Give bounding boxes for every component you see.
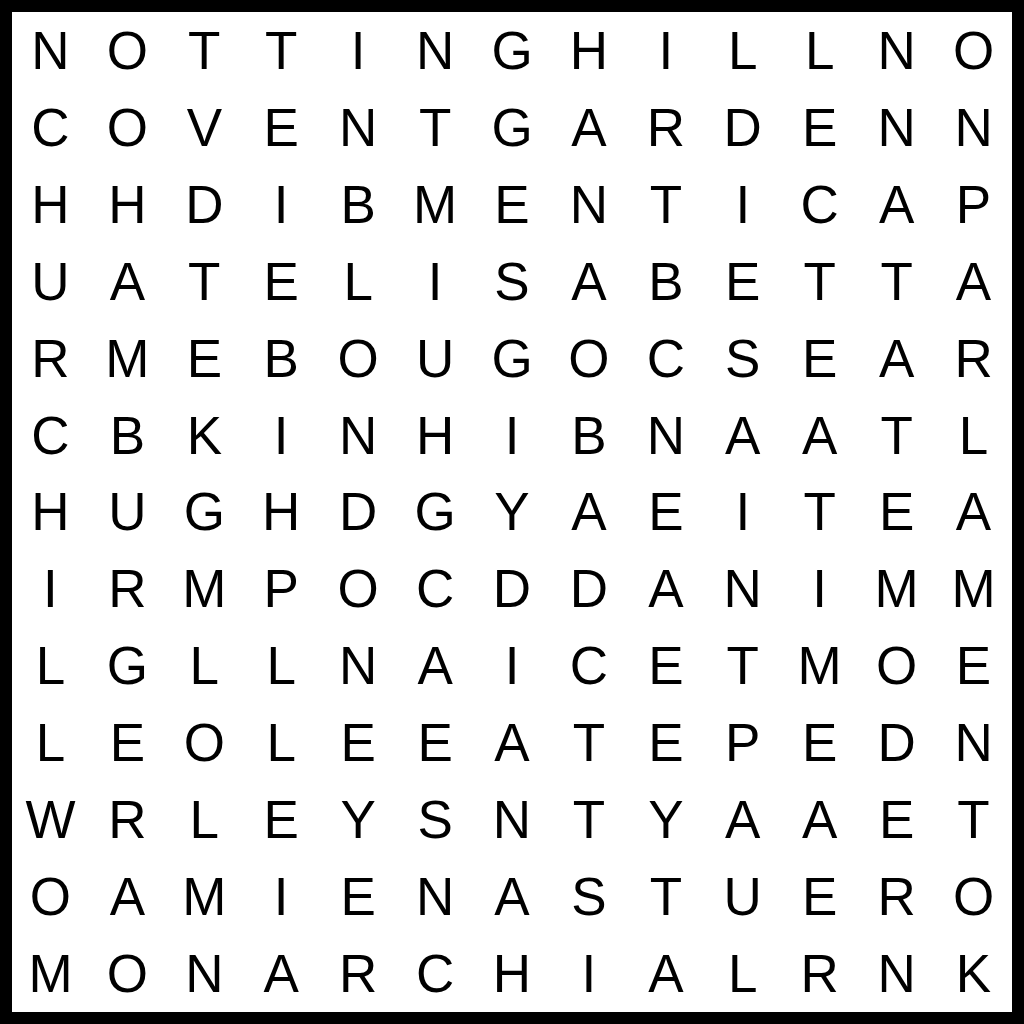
grid-cell[interactable]: E (320, 704, 397, 781)
grid-cell[interactable]: E (704, 243, 781, 320)
grid-cell[interactable]: B (89, 397, 166, 474)
grid-cell[interactable]: E (627, 704, 704, 781)
grid-cell[interactable]: N (935, 89, 1012, 166)
grid-cell[interactable]: M (858, 550, 935, 627)
grid-cell[interactable]: I (320, 12, 397, 89)
grid-cell[interactable]: R (627, 89, 704, 166)
grid-cell[interactable]: H (12, 166, 89, 243)
grid-cell[interactable]: N (320, 627, 397, 704)
grid-cell[interactable]: O (550, 320, 627, 397)
grid-cell[interactable]: N (474, 781, 551, 858)
grid-cell[interactable]: T (858, 243, 935, 320)
grid-cell[interactable]: E (858, 474, 935, 551)
grid-cell[interactable]: O (89, 935, 166, 1012)
grid-cell[interactable]: T (935, 781, 1012, 858)
grid-cell[interactable]: N (397, 12, 474, 89)
word-search-grid: NOTTINGHILLNOCOVENTGARDENNHHDIBMENTICAPU… (12, 12, 1012, 1012)
grid-cell[interactable]: P (704, 704, 781, 781)
grid-cell[interactable]: A (627, 935, 704, 1012)
grid-cell[interactable]: R (781, 935, 858, 1012)
grid-cell[interactable]: D (704, 89, 781, 166)
grid-cell[interactable]: N (166, 935, 243, 1012)
grid-cell[interactable]: T (550, 704, 627, 781)
grid-cell[interactable]: R (89, 550, 166, 627)
grid-cell[interactable]: R (320, 935, 397, 1012)
grid-cell[interactable]: T (858, 397, 935, 474)
grid-cell[interactable]: A (550, 474, 627, 551)
grid-cell[interactable]: P (243, 550, 320, 627)
grid-cell[interactable]: A (243, 935, 320, 1012)
grid-cell[interactable]: R (858, 858, 935, 935)
puzzle-frame: NOTTINGHILLNOCOVENTGARDENNHHDIBMENTICAPU… (0, 0, 1024, 1024)
grid-cell[interactable]: T (243, 12, 320, 89)
grid-cell[interactable]: D (166, 166, 243, 243)
grid-cell[interactable]: L (935, 397, 1012, 474)
grid-cell[interactable]: E (781, 89, 858, 166)
grid-cell[interactable]: A (550, 89, 627, 166)
grid-cell[interactable]: E (397, 704, 474, 781)
grid-cell[interactable]: O (166, 704, 243, 781)
grid-cell[interactable]: N (12, 12, 89, 89)
grid-cell[interactable]: I (704, 166, 781, 243)
grid-cell[interactable]: E (243, 243, 320, 320)
grid-cell[interactable]: R (935, 320, 1012, 397)
grid-cell[interactable]: C (781, 166, 858, 243)
grid-cell[interactable]: O (12, 858, 89, 935)
grid-cell[interactable]: L (704, 12, 781, 89)
grid-cell[interactable]: A (89, 243, 166, 320)
grid-cell[interactable]: A (89, 858, 166, 935)
grid-cell[interactable]: D (858, 704, 935, 781)
grid-cell[interactable]: D (550, 550, 627, 627)
grid-cell[interactable]: A (781, 397, 858, 474)
grid-cell[interactable]: T (627, 858, 704, 935)
grid-cell[interactable]: C (397, 935, 474, 1012)
grid-cell[interactable]: N (935, 704, 1012, 781)
grid-cell[interactable]: U (397, 320, 474, 397)
grid-cell[interactable]: T (627, 166, 704, 243)
grid-cell[interactable]: T (166, 243, 243, 320)
grid-cell[interactable]: Y (474, 474, 551, 551)
grid-cell[interactable]: I (12, 550, 89, 627)
grid-cell[interactable]: E (781, 704, 858, 781)
grid-cell[interactable]: N (320, 89, 397, 166)
grid-cell[interactable]: G (397, 474, 474, 551)
grid-cell[interactable]: O (320, 550, 397, 627)
grid-cell[interactable]: C (627, 320, 704, 397)
grid-cell[interactable]: O (935, 858, 1012, 935)
grid-cell[interactable]: A (935, 243, 1012, 320)
grid-cell[interactable]: A (858, 320, 935, 397)
grid-cell[interactable]: C (12, 397, 89, 474)
grid-cell[interactable]: C (12, 89, 89, 166)
grid-cell[interactable]: A (704, 397, 781, 474)
grid-cell[interactable]: B (550, 397, 627, 474)
grid-cell[interactable]: I (243, 166, 320, 243)
grid-cell[interactable]: C (397, 550, 474, 627)
grid-cell[interactable]: B (320, 166, 397, 243)
grid-cell[interactable]: N (704, 550, 781, 627)
grid-cell[interactable]: M (166, 858, 243, 935)
grid-cell[interactable]: G (89, 627, 166, 704)
grid-cell[interactable]: I (397, 243, 474, 320)
grid-cell[interactable]: L (166, 781, 243, 858)
grid-cell[interactable]: M (781, 627, 858, 704)
grid-cell[interactable]: G (166, 474, 243, 551)
grid-cell[interactable]: M (935, 550, 1012, 627)
grid-cell[interactable]: I (781, 550, 858, 627)
grid-cell[interactable]: I (474, 397, 551, 474)
grid-cell[interactable]: N (858, 12, 935, 89)
grid-cell[interactable]: O (89, 89, 166, 166)
grid-cell[interactable]: E (627, 627, 704, 704)
grid-cell[interactable]: W (12, 781, 89, 858)
grid-cell[interactable]: L (12, 704, 89, 781)
grid-cell[interactable]: N (858, 89, 935, 166)
grid-cell[interactable]: E (858, 781, 935, 858)
grid-cell[interactable]: I (550, 935, 627, 1012)
grid-cell[interactable]: O (89, 12, 166, 89)
grid-cell[interactable]: S (397, 781, 474, 858)
grid-cell[interactable]: E (935, 627, 1012, 704)
grid-cell[interactable]: H (397, 397, 474, 474)
grid-cell[interactable]: S (550, 858, 627, 935)
grid-cell[interactable]: A (858, 166, 935, 243)
grid-cell[interactable]: U (89, 474, 166, 551)
grid-cell[interactable]: U (704, 858, 781, 935)
grid-cell[interactable]: E (781, 858, 858, 935)
grid-cell[interactable]: I (474, 627, 551, 704)
grid-cell[interactable]: G (474, 320, 551, 397)
grid-cell[interactable]: T (397, 89, 474, 166)
grid-cell[interactable]: T (781, 243, 858, 320)
grid-cell[interactable]: S (474, 243, 551, 320)
grid-cell[interactable]: H (12, 474, 89, 551)
grid-cell[interactable]: I (704, 474, 781, 551)
grid-cell[interactable]: E (474, 166, 551, 243)
grid-cell[interactable]: A (704, 781, 781, 858)
grid-cell[interactable]: E (320, 858, 397, 935)
grid-cell[interactable]: I (243, 858, 320, 935)
grid-cell[interactable]: H (550, 12, 627, 89)
grid-cell[interactable]: G (474, 89, 551, 166)
grid-cell[interactable]: N (397, 858, 474, 935)
grid-cell[interactable]: Y (320, 781, 397, 858)
grid-cell[interactable]: E (89, 704, 166, 781)
grid-cell[interactable]: E (166, 320, 243, 397)
grid-cell[interactable]: C (550, 627, 627, 704)
grid-cell[interactable]: A (627, 550, 704, 627)
grid-cell[interactable]: E (627, 474, 704, 551)
grid-cell[interactable]: N (320, 397, 397, 474)
grid-cell[interactable]: A (397, 627, 474, 704)
grid-cell[interactable]: N (627, 397, 704, 474)
grid-cell[interactable]: N (550, 166, 627, 243)
grid-cell[interactable]: L (243, 704, 320, 781)
grid-cell[interactable]: S (704, 320, 781, 397)
grid-cell[interactable]: U (12, 243, 89, 320)
grid-cell[interactable]: O (935, 12, 1012, 89)
grid-cell[interactable]: L (704, 935, 781, 1012)
grid-cell[interactable]: I (627, 12, 704, 89)
grid-cell[interactable]: L (781, 12, 858, 89)
grid-cell[interactable]: A (474, 858, 551, 935)
grid-cell[interactable]: T (704, 627, 781, 704)
grid-cell[interactable]: A (474, 704, 551, 781)
grid-cell[interactable]: E (243, 89, 320, 166)
grid-cell[interactable]: I (243, 397, 320, 474)
grid-cell[interactable]: K (935, 935, 1012, 1012)
grid-cell[interactable]: A (935, 474, 1012, 551)
grid-cell[interactable]: H (89, 166, 166, 243)
grid-cell[interactable]: O (320, 320, 397, 397)
grid-cell[interactable]: T (781, 474, 858, 551)
grid-cell[interactable]: V (166, 89, 243, 166)
grid-cell[interactable]: O (858, 627, 935, 704)
grid-cell[interactable]: B (243, 320, 320, 397)
grid-cell[interactable]: R (12, 320, 89, 397)
grid-cell[interactable]: L (243, 627, 320, 704)
grid-cell[interactable]: H (243, 474, 320, 551)
grid-cell[interactable]: H (474, 935, 551, 1012)
grid-cell[interactable]: P (935, 166, 1012, 243)
grid-cell[interactable]: R (89, 781, 166, 858)
grid-cell[interactable]: A (550, 243, 627, 320)
grid-cell[interactable]: L (12, 627, 89, 704)
grid-cell[interactable]: E (781, 320, 858, 397)
grid-cell[interactable]: T (550, 781, 627, 858)
grid-cell[interactable]: D (474, 550, 551, 627)
grid-cell[interactable]: B (627, 243, 704, 320)
grid-cell[interactable]: M (166, 550, 243, 627)
grid-cell[interactable]: G (474, 12, 551, 89)
grid-cell[interactable]: M (12, 935, 89, 1012)
grid-cell[interactable]: L (166, 627, 243, 704)
grid-cell[interactable]: E (243, 781, 320, 858)
grid-cell[interactable]: D (320, 474, 397, 551)
grid-cell[interactable]: Y (627, 781, 704, 858)
grid-cell[interactable]: L (320, 243, 397, 320)
grid-cell[interactable]: N (858, 935, 935, 1012)
grid-cell[interactable]: K (166, 397, 243, 474)
grid-cell[interactable]: M (89, 320, 166, 397)
grid-cell[interactable]: M (397, 166, 474, 243)
grid-cell[interactable]: A (781, 781, 858, 858)
grid-cell[interactable]: T (166, 12, 243, 89)
